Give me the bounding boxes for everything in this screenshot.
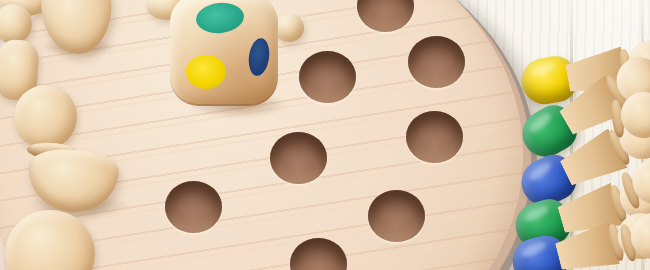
wooden-stick-end[interactable] xyxy=(609,87,650,143)
memory-game-photo xyxy=(0,0,650,270)
colored-pegs-layer xyxy=(0,0,650,270)
